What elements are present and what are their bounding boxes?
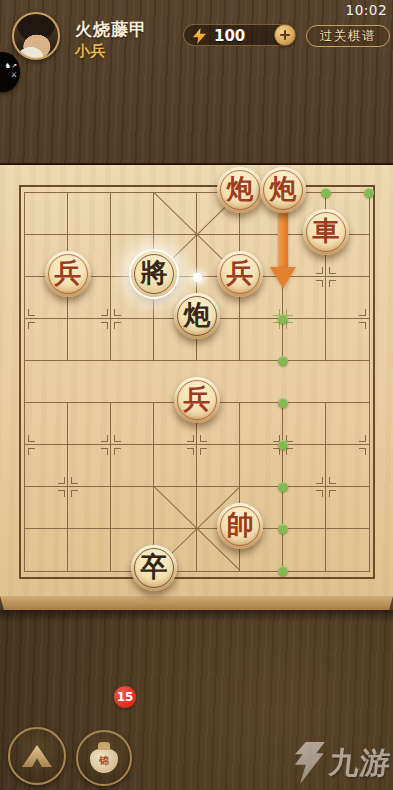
board-marker xyxy=(273,448,280,455)
reward-pouch-button[interactable]: 锦 15 xyxy=(76,730,132,786)
move-hint-dot[interactable] xyxy=(278,566,288,576)
board-marker xyxy=(114,448,121,455)
board-marker xyxy=(329,490,336,497)
board-marker xyxy=(273,322,280,329)
piece-red-soldier-1[interactable]: 兵 xyxy=(45,251,91,297)
move-hint-dot[interactable] xyxy=(278,440,288,450)
move-arrow-head xyxy=(270,267,296,288)
board-marker xyxy=(329,267,336,274)
board-marker xyxy=(114,309,121,316)
board-marker xyxy=(286,322,293,329)
board-marker xyxy=(71,490,78,497)
board-marker xyxy=(329,280,336,287)
chevron-up-icon xyxy=(22,745,52,767)
piece-red-soldier-2[interactable]: 兵 xyxy=(217,251,263,297)
board-marker xyxy=(28,309,35,316)
board-marker xyxy=(200,435,207,442)
collapse-button[interactable] xyxy=(8,727,66,785)
board-marker xyxy=(359,435,366,442)
board-marker xyxy=(58,490,65,497)
board-marker xyxy=(359,322,366,329)
board-marker xyxy=(316,490,323,497)
board-marker xyxy=(316,477,323,484)
board-marker xyxy=(101,322,108,329)
board-overlay: 炮炮車兵將兵炮兵帥卒 xyxy=(0,0,393,612)
board-marker xyxy=(101,309,108,316)
move-hint-dot[interactable] xyxy=(278,524,288,534)
piece-black-cannon[interactable]: 炮 xyxy=(174,293,220,339)
board-marker xyxy=(286,448,293,455)
board-marker xyxy=(71,477,78,484)
board-marker xyxy=(187,435,194,442)
pouch-icon: 锦 xyxy=(90,749,118,773)
piece-red-general[interactable]: 帥 xyxy=(217,503,263,549)
piece-red-rook[interactable]: 車 xyxy=(303,209,349,255)
board-marker xyxy=(28,448,35,455)
piece-red-cannon-1[interactable]: 炮 xyxy=(217,167,263,213)
board-marker xyxy=(359,309,366,316)
watermark: 九游 xyxy=(293,742,391,784)
board-marker xyxy=(58,477,65,484)
board-marker xyxy=(200,448,207,455)
board-marker xyxy=(359,448,366,455)
move-hint-dot[interactable] xyxy=(278,356,288,366)
board-marker xyxy=(101,448,108,455)
piece-black-general[interactable]: 將 xyxy=(131,251,177,297)
board-marker xyxy=(114,435,121,442)
board-marker xyxy=(28,322,35,329)
watermark-text: 九游 xyxy=(327,743,393,784)
board-marker xyxy=(329,477,336,484)
board-marker xyxy=(316,267,323,274)
move-hint-dot[interactable] xyxy=(364,188,374,198)
target-dot[interactable] xyxy=(193,273,202,282)
move-hint-dot[interactable] xyxy=(278,398,288,408)
board-marker xyxy=(114,322,121,329)
move-hint-dot[interactable] xyxy=(278,314,288,324)
board-marker xyxy=(187,448,194,455)
board-marker xyxy=(28,435,35,442)
move-hint-dot[interactable] xyxy=(278,482,288,492)
piece-red-cannon-2[interactable]: 炮 xyxy=(260,167,306,213)
board-marker xyxy=(316,280,323,287)
board-marker xyxy=(101,435,108,442)
board-marker xyxy=(286,435,293,442)
board-marker xyxy=(286,309,293,316)
pouch-badge: 15 xyxy=(114,686,136,708)
watermark-logo-icon xyxy=(293,742,325,784)
piece-black-soldier[interactable]: 卒 xyxy=(131,545,177,591)
piece-red-soldier-3[interactable]: 兵 xyxy=(174,377,220,423)
move-hint-dot[interactable] xyxy=(321,188,331,198)
